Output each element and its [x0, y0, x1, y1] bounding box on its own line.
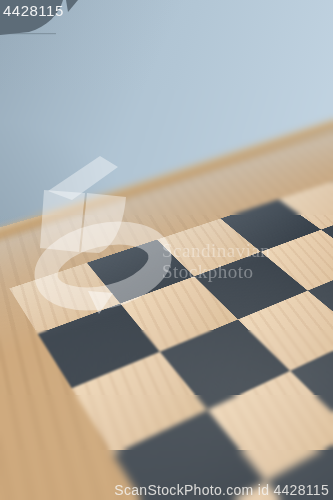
stock-photo: 4428115 Scandinavian Stockphoto ScanStoc…	[0, 0, 333, 500]
watermark-id: 4428115	[3, 2, 64, 19]
watermark-brand-line1: Scandinavian	[162, 240, 270, 261]
watermark-brand-line2: Stockphoto	[162, 261, 270, 282]
watermark-caption: ScanStockPhoto.com id 4428115	[114, 482, 329, 498]
chessboard	[0, 94, 333, 500]
watermark-brand: Scandinavian Stockphoto	[162, 240, 270, 282]
chessboard-grid	[9, 137, 333, 500]
